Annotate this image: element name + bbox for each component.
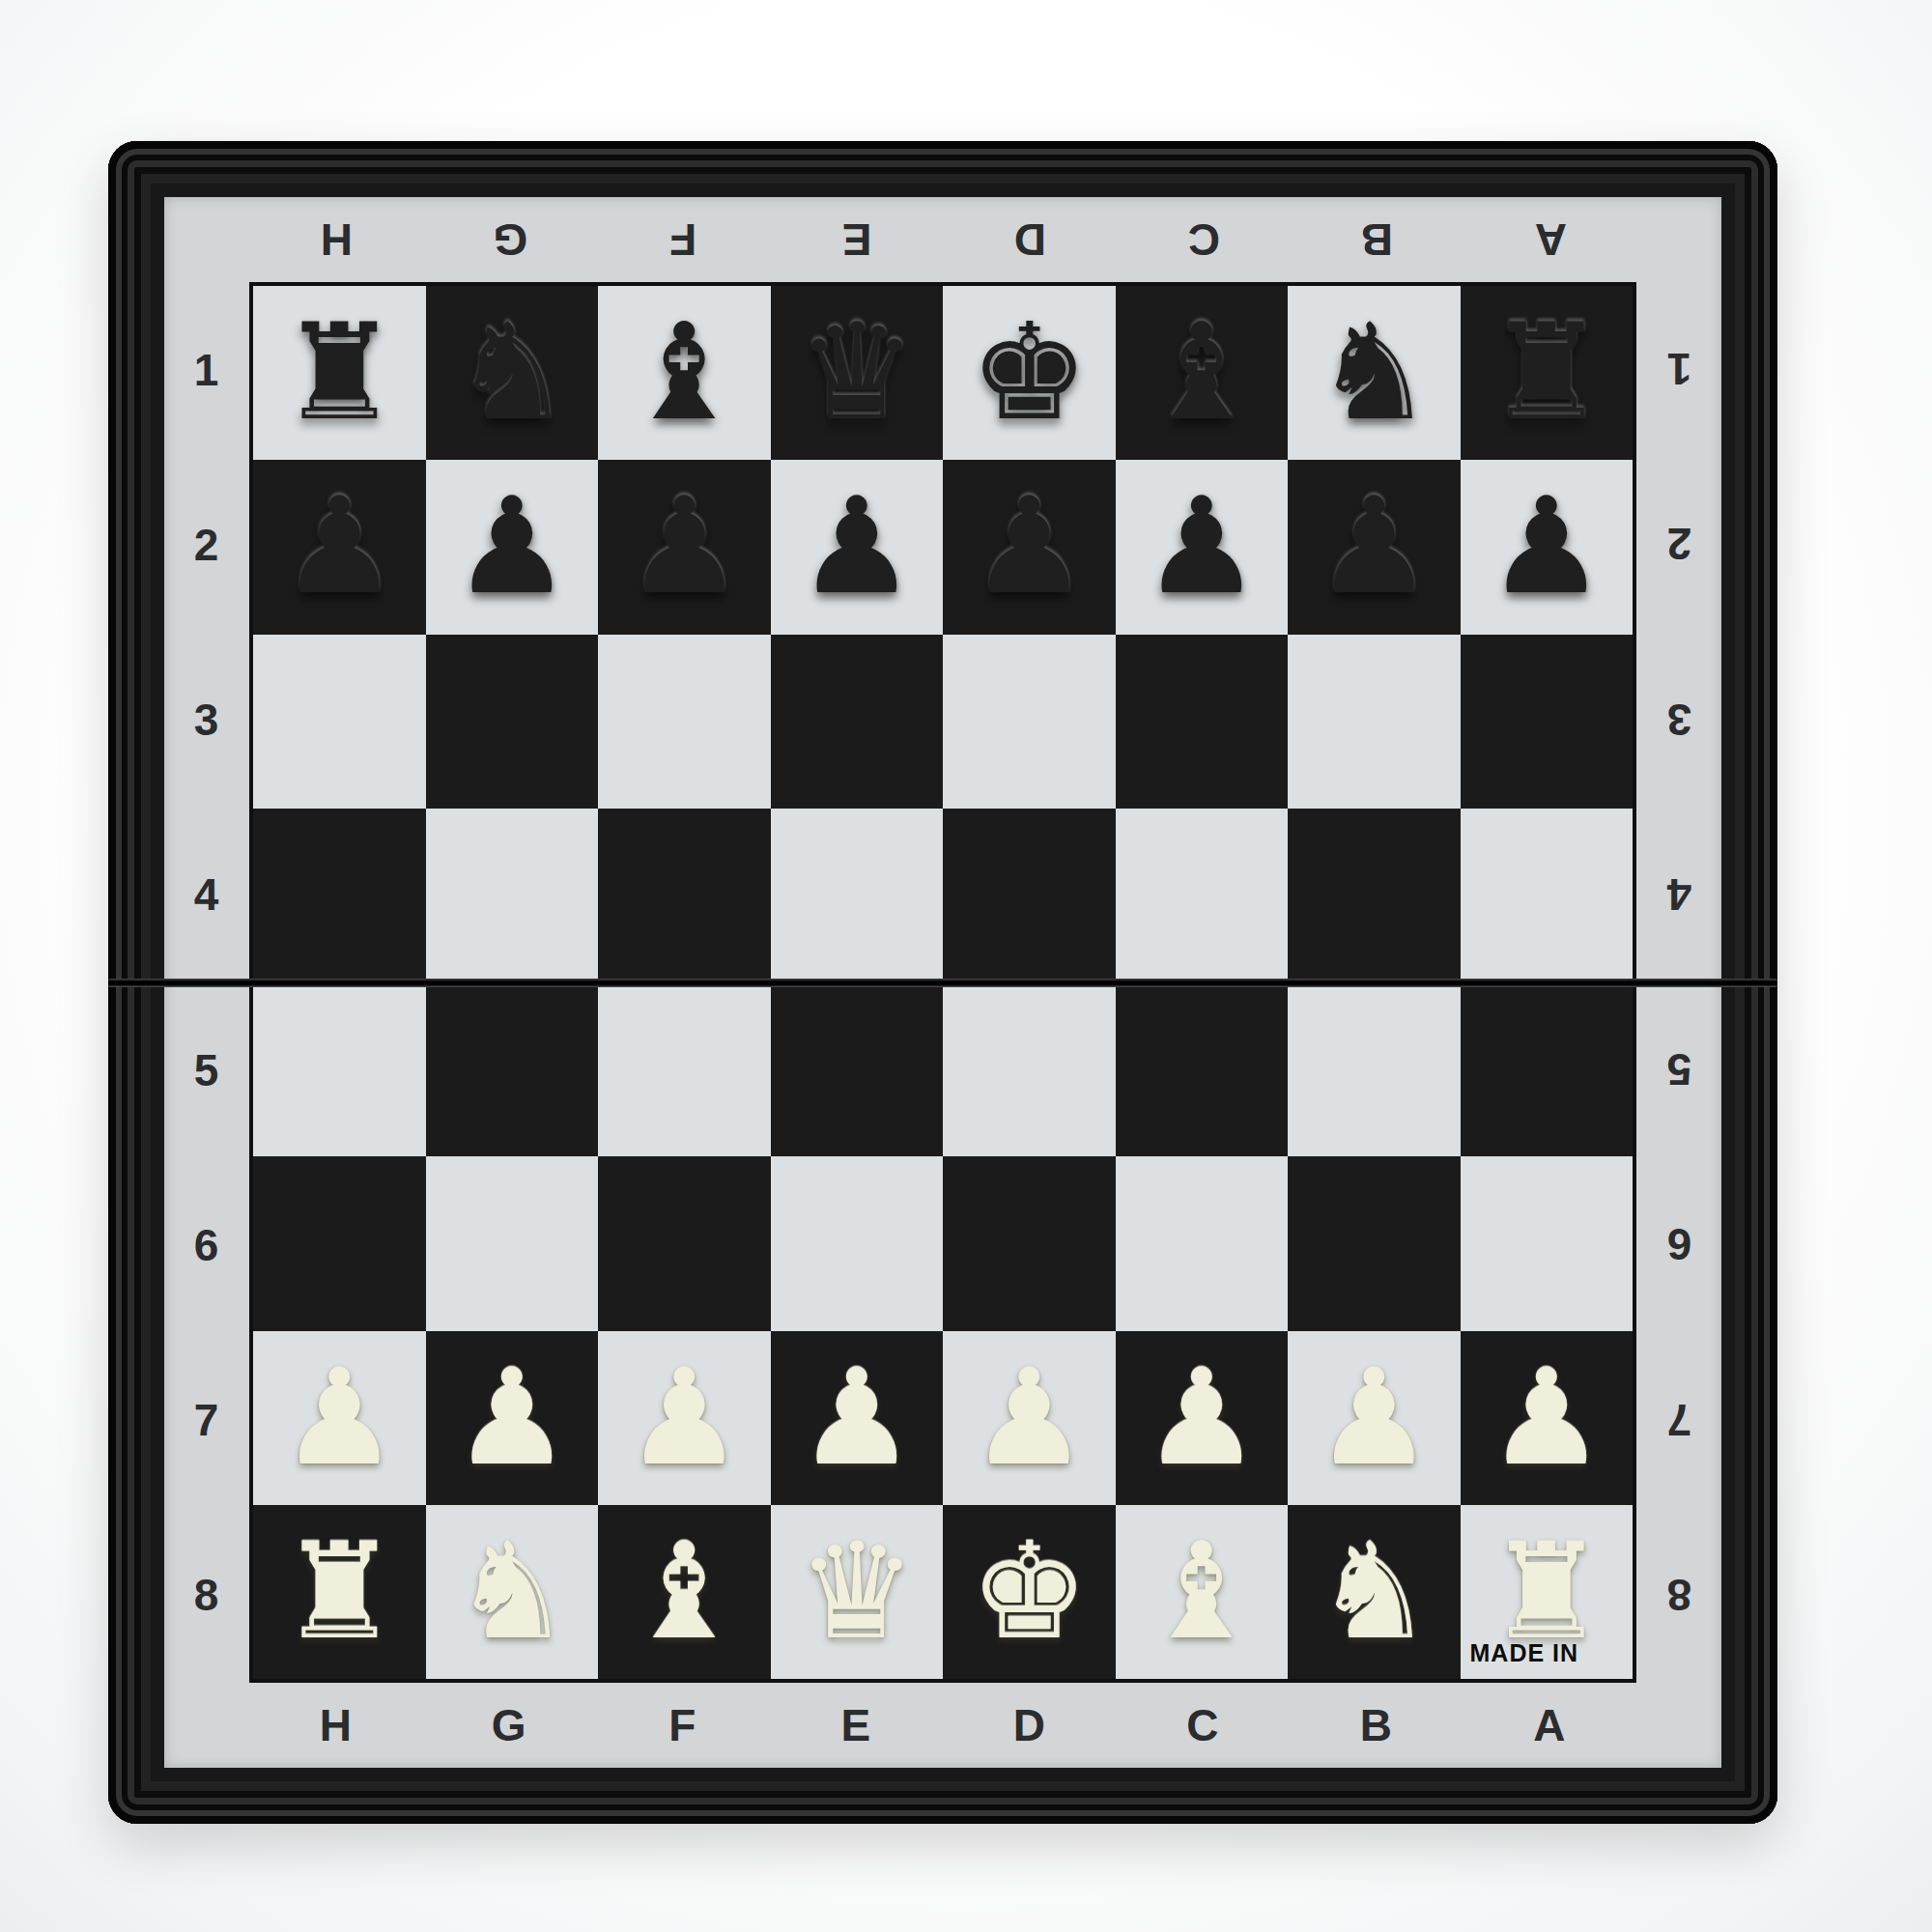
black-pawn-a2[interactable]: ♟ [1487,480,1606,613]
rank-label-right-5: 5 [1636,982,1721,1157]
black-pawn-b2[interactable]: ♟ [1314,480,1434,613]
file-label-top-d: D [943,197,1117,282]
rank-label-left-2: 2 [164,457,249,632]
chess-board-frame: HGFEDCBA 12345678 12345678 HGFEDCBA ♜♞♝♛… [108,141,1777,1824]
square-e6[interactable] [771,1156,944,1330]
square-e1[interactable]: ♛ [771,286,944,460]
square-h5[interactable] [253,982,426,1156]
black-pawn-d2[interactable]: ♟ [969,480,1089,613]
file-label-bottom-b: B [1290,1683,1463,1768]
white-pawn-d7[interactable]: ♟ [969,1351,1089,1485]
rank-label-right-3: 3 [1636,633,1721,808]
black-knight-g1[interactable]: ♞ [452,306,572,440]
square-f2[interactable]: ♟ [598,460,771,634]
square-e2[interactable]: ♟ [771,460,944,634]
square-a1[interactable]: ♜ [1461,286,1634,460]
square-c7[interactable]: ♟ [1116,1331,1289,1505]
white-pawn-g7[interactable]: ♟ [452,1351,572,1485]
square-b1[interactable]: ♞ [1288,286,1461,460]
rank-label-right-2: 2 [1636,457,1721,632]
square-f1[interactable]: ♝ [598,286,771,460]
square-c4[interactable] [1116,809,1289,982]
square-g4[interactable] [426,809,599,982]
square-f8[interactable]: ♝ [598,1505,771,1679]
square-d5[interactable] [943,982,1116,1156]
file-label-bottom-c: C [1117,1683,1291,1768]
square-g2[interactable]: ♟ [426,460,599,634]
black-king-d1[interactable]: ♚ [969,306,1089,440]
product-photo: HGFEDCBA 12345678 12345678 HGFEDCBA ♜♞♝♛… [0,0,1932,1932]
white-pawn-f7[interactable]: ♟ [624,1351,744,1485]
fold-hinge-seam [108,979,1777,987]
white-pawn-e7[interactable]: ♟ [797,1351,917,1485]
file-label-bottom-a: A [1463,1683,1637,1768]
file-label-top-c: C [1117,197,1291,282]
square-f5[interactable] [598,982,771,1156]
square-d8[interactable]: ♚ [943,1505,1116,1679]
square-f4[interactable] [598,809,771,982]
file-label-bottom-f: F [596,1683,770,1768]
rank-label-right-7: 7 [1636,1333,1721,1508]
file-label-bottom-h: H [249,1683,423,1768]
square-a3[interactable] [1461,635,1634,809]
square-c1[interactable]: ♝ [1116,286,1289,460]
square-h8[interactable]: ♜ [253,1505,426,1679]
square-c2[interactable]: ♟ [1116,460,1289,634]
square-d4[interactable] [943,809,1116,982]
rank-label-right-4: 4 [1636,808,1721,982]
rank-label-right-1: 1 [1636,282,1721,457]
file-label-top-b: B [1290,197,1463,282]
rank-label-left-4: 4 [164,808,249,982]
square-h3[interactable] [253,635,426,809]
rank-label-left-7: 7 [164,1333,249,1508]
white-bishop-c8[interactable]: ♝ [1142,1525,1262,1659]
white-pawn-b7[interactable]: ♟ [1314,1351,1434,1485]
white-bishop-f8[interactable]: ♝ [624,1525,744,1659]
square-a7[interactable]: ♟ [1461,1331,1634,1505]
square-e4[interactable] [771,809,944,982]
square-c3[interactable] [1116,635,1289,809]
square-a2[interactable]: ♟ [1461,460,1634,634]
square-h1[interactable]: ♜ [253,286,426,460]
square-d3[interactable] [943,635,1116,809]
square-a5[interactable] [1461,982,1634,1156]
square-e7[interactable]: ♟ [771,1331,944,1505]
rank-label-left-8: 8 [164,1508,249,1683]
square-g6[interactable] [426,1156,599,1330]
square-b4[interactable] [1288,809,1461,982]
white-knight-b8[interactable]: ♞ [1314,1525,1434,1659]
file-labels-top: HGFEDCBA [249,197,1636,282]
rank-label-left-6: 6 [164,1157,249,1332]
rank-label-right-6: 6 [1636,1157,1721,1332]
square-b5[interactable] [1288,982,1461,1156]
square-h6[interactable] [253,1156,426,1330]
black-bishop-f1[interactable]: ♝ [624,306,744,440]
square-b8[interactable]: ♞ [1288,1505,1461,1679]
square-g5[interactable] [426,982,599,1156]
square-b7[interactable]: ♟ [1288,1331,1461,1505]
black-queen-e1[interactable]: ♛ [797,306,917,440]
file-labels-bottom: HGFEDCBA [249,1683,1636,1768]
square-f6[interactable] [598,1156,771,1330]
white-knight-g8[interactable]: ♞ [452,1525,572,1659]
black-pawn-h2[interactable]: ♟ [279,480,399,613]
square-f3[interactable] [598,635,771,809]
square-c6[interactable] [1116,1156,1289,1330]
square-d7[interactable]: ♟ [943,1331,1116,1505]
rank-label-left-3: 3 [164,633,249,808]
square-a8[interactable]: ♜MADE IN [1461,1505,1634,1679]
square-d1[interactable]: ♚ [943,286,1116,460]
file-label-bottom-d: D [943,1683,1117,1768]
black-knight-b1[interactable]: ♞ [1314,306,1434,440]
black-pawn-c2[interactable]: ♟ [1142,480,1262,613]
square-e8[interactable]: ♛ [771,1505,944,1679]
square-g8[interactable]: ♞ [426,1505,599,1679]
rank-label-left-1: 1 [164,282,249,457]
square-d2[interactable]: ♟ [943,460,1116,634]
square-c8[interactable]: ♝ [1116,1505,1289,1679]
file-label-top-h: H [249,197,423,282]
square-g7[interactable]: ♟ [426,1331,599,1505]
white-queen-e8[interactable]: ♛ [797,1525,917,1659]
file-label-top-f: F [596,197,770,282]
rank-label-left-5: 5 [164,982,249,1157]
square-d6[interactable] [943,1156,1116,1330]
black-pawn-f2[interactable]: ♟ [624,480,744,613]
square-e5[interactable] [771,982,944,1156]
square-g1[interactable]: ♞ [426,286,599,460]
square-b2[interactable]: ♟ [1288,460,1461,634]
square-g3[interactable] [426,635,599,809]
white-pawn-c7[interactable]: ♟ [1142,1351,1262,1485]
square-b3[interactable] [1288,635,1461,809]
square-e3[interactable] [771,635,944,809]
black-bishop-c1[interactable]: ♝ [1142,306,1262,440]
file-label-top-e: E [770,197,944,282]
file-label-top-g: G [423,197,597,282]
black-rook-h1[interactable]: ♜ [279,306,399,440]
white-rook-h8[interactable]: ♜ [279,1525,399,1659]
white-king-d8[interactable]: ♚ [969,1525,1089,1659]
square-h2[interactable]: ♟ [253,460,426,634]
square-f7[interactable]: ♟ [598,1331,771,1505]
square-b6[interactable] [1288,1156,1461,1330]
rank-label-right-8: 8 [1636,1508,1721,1683]
square-a4[interactable] [1461,809,1634,982]
file-label-bottom-e: E [770,1683,944,1768]
white-pawn-h7[interactable]: ♟ [279,1351,399,1485]
file-label-top-a: A [1463,197,1637,282]
square-h7[interactable]: ♟ [253,1331,426,1505]
made-in-text: MADE IN [1470,1639,1579,1667]
file-label-bottom-g: G [423,1683,597,1768]
black-pawn-e2[interactable]: ♟ [797,480,917,613]
square-a6[interactable] [1461,1156,1634,1330]
black-rook-a1[interactable]: ♜ [1487,306,1606,440]
square-c5[interactable] [1116,982,1289,1156]
white-pawn-a7[interactable]: ♟ [1487,1351,1606,1485]
black-pawn-g2[interactable]: ♟ [452,480,572,613]
square-h4[interactable] [253,809,426,982]
